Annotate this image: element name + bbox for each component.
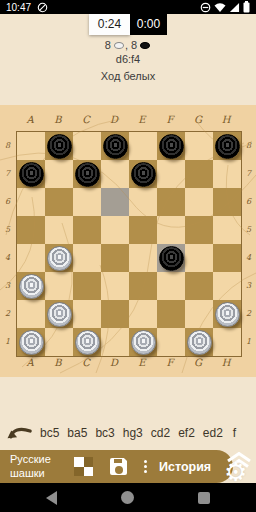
square-d5[interactable] xyxy=(101,216,129,244)
square-a3[interactable] xyxy=(17,272,45,300)
app-title: Русские шашки xyxy=(10,453,66,481)
file-labels-top: ABCDEFGH xyxy=(16,114,240,129)
coord-label: E xyxy=(128,357,156,372)
piece-counts: 8, 8 xyxy=(0,39,256,51)
white-count: 8 xyxy=(105,39,111,51)
square-g3[interactable] xyxy=(185,272,213,300)
square-f1[interactable] xyxy=(157,328,185,356)
move-list: bc5ba5bc3hg3cd2ef2ed2f xyxy=(0,419,256,447)
coord-label: D xyxy=(100,114,128,129)
square-b1[interactable] xyxy=(45,328,73,356)
black-man-f4[interactable] xyxy=(159,246,184,271)
game-clocks: 0:24 0:00 xyxy=(0,14,256,35)
square-g1[interactable] xyxy=(185,328,213,356)
square-f3[interactable] xyxy=(157,272,185,300)
coord-label: B xyxy=(44,357,72,372)
white-man-b4[interactable] xyxy=(47,246,72,271)
white-clock: 0:24 xyxy=(89,14,130,35)
move-hg3[interactable]: hg3 xyxy=(123,426,143,440)
white-man-b2[interactable] xyxy=(47,302,72,327)
white-man-e1[interactable] xyxy=(131,330,156,355)
square-e5[interactable] xyxy=(129,216,157,244)
settings-pull-tab[interactable]: ⚙ xyxy=(222,451,256,497)
coord-label: C xyxy=(72,114,100,129)
square-h6[interactable] xyxy=(213,188,241,216)
coord-label: 1 xyxy=(1,327,14,355)
square-e8[interactable] xyxy=(129,132,157,160)
coord-label: G xyxy=(184,357,212,372)
square-c1[interactable] xyxy=(73,328,101,356)
move-ef2[interactable]: ef2 xyxy=(178,426,195,440)
bottom-toolbar: Русские шашки История xyxy=(0,450,233,483)
turn-indicator: Ход белых xyxy=(0,70,256,82)
square-c8[interactable] xyxy=(73,132,101,160)
square-b2[interactable] xyxy=(45,300,73,328)
status-time: 10:47 xyxy=(6,2,31,13)
count-separator: , xyxy=(125,39,128,51)
square-c4[interactable] xyxy=(73,244,101,272)
square-h8[interactable] xyxy=(213,132,241,160)
board-grid xyxy=(16,131,242,357)
coord-label: A xyxy=(16,357,44,372)
coord-label: D xyxy=(100,357,128,372)
file-labels-bottom: ABCDEFGH xyxy=(16,357,240,372)
coord-label: F xyxy=(156,357,184,372)
black-count: 8 xyxy=(131,39,137,51)
board-theme-icon[interactable] xyxy=(74,457,93,476)
black-man-e7[interactable] xyxy=(131,162,156,187)
square-b7[interactable] xyxy=(45,160,73,188)
black-man-c7[interactable] xyxy=(75,162,100,187)
square-d4[interactable] xyxy=(101,244,129,272)
square-b6[interactable] xyxy=(45,188,73,216)
square-h2[interactable] xyxy=(213,300,241,328)
square-a6[interactable] xyxy=(17,188,45,216)
save-icon[interactable] xyxy=(110,458,127,475)
square-g8[interactable] xyxy=(185,132,213,160)
white-man-g1[interactable] xyxy=(187,330,212,355)
square-d3[interactable] xyxy=(101,272,129,300)
square-f2[interactable] xyxy=(157,300,185,328)
black-man-icon xyxy=(140,42,150,49)
square-c5[interactable] xyxy=(73,216,101,244)
back-icon[interactable] xyxy=(46,491,57,505)
undo-icon[interactable] xyxy=(7,424,32,442)
coord-label: 3 xyxy=(242,271,255,299)
black-man-d8[interactable] xyxy=(103,134,128,159)
square-a8[interactable] xyxy=(17,132,45,160)
square-e4[interactable] xyxy=(129,244,157,272)
black-man-a7[interactable] xyxy=(19,162,44,187)
square-f4[interactable] xyxy=(157,244,185,272)
square-b4[interactable] xyxy=(45,244,73,272)
home-icon[interactable] xyxy=(121,491,134,504)
square-g6[interactable] xyxy=(185,188,213,216)
last-move: d6:f4 xyxy=(0,53,256,65)
cell-signal-icon xyxy=(229,2,240,13)
wifi-icon xyxy=(214,2,226,13)
black-man-b8[interactable] xyxy=(47,134,72,159)
white-man-icon xyxy=(114,42,124,49)
square-b3[interactable] xyxy=(45,272,73,300)
move-cd2[interactable]: cd2 xyxy=(151,426,170,440)
rank-labels-right: 87654321 xyxy=(242,131,255,355)
move-ed2[interactable]: ed2 xyxy=(203,426,223,440)
square-g7[interactable] xyxy=(185,160,213,188)
square-a5[interactable] xyxy=(17,216,45,244)
app-title-line2: шашки xyxy=(10,467,66,481)
coord-label: 1 xyxy=(242,327,255,355)
rank-labels-left: 87654321 xyxy=(1,131,14,355)
move-bc3[interactable]: bc3 xyxy=(95,426,114,440)
android-nav-bar xyxy=(0,483,256,512)
coord-label: A xyxy=(16,114,44,129)
square-f7[interactable] xyxy=(157,160,185,188)
coord-label: 5 xyxy=(1,215,14,243)
square-d6[interactable] xyxy=(101,188,129,216)
move-clipped[interactable]: f xyxy=(233,426,236,440)
square-c3[interactable] xyxy=(73,272,101,300)
square-g4[interactable] xyxy=(185,244,213,272)
square-e7[interactable] xyxy=(129,160,157,188)
square-c2[interactable] xyxy=(73,300,101,328)
coord-label: 7 xyxy=(1,159,14,187)
square-a7[interactable] xyxy=(17,160,45,188)
square-a1[interactable] xyxy=(17,328,45,356)
square-f8[interactable] xyxy=(157,132,185,160)
black-man-f8[interactable] xyxy=(159,134,184,159)
black-man-h8[interactable] xyxy=(215,134,240,159)
coord-label: 8 xyxy=(242,131,255,159)
app-title-line1: Русские xyxy=(10,453,66,467)
square-g2[interactable] xyxy=(185,300,213,328)
app-screen: 10:47 0:24 0:00 xyxy=(0,0,256,512)
square-f6[interactable] xyxy=(157,188,185,216)
do-not-disturb-icon xyxy=(200,2,211,13)
board: ABCDEFGH 87654321 87654321 ABCDEFGH xyxy=(0,105,256,377)
coord-label: C xyxy=(72,357,100,372)
square-e1[interactable] xyxy=(129,328,157,356)
square-h7[interactable] xyxy=(213,160,241,188)
coord-label: F xyxy=(156,114,184,129)
square-e2[interactable] xyxy=(129,300,157,328)
overflow-menu-icon[interactable] xyxy=(144,460,147,473)
coord-label: 6 xyxy=(242,187,255,215)
coord-label: H xyxy=(212,114,240,129)
square-e6[interactable] xyxy=(129,188,157,216)
gear-icon: ⚙ xyxy=(224,459,247,485)
square-h1[interactable] xyxy=(213,328,241,356)
recents-icon[interactable] xyxy=(198,492,210,504)
square-c7[interactable] xyxy=(73,160,101,188)
square-c6[interactable] xyxy=(73,188,101,216)
white-man-a3[interactable] xyxy=(19,274,44,299)
notifications-off-icon xyxy=(37,2,48,13)
coord-label: 6 xyxy=(1,187,14,215)
square-b5[interactable] xyxy=(45,216,73,244)
white-man-c1[interactable] xyxy=(75,330,100,355)
coord-label: 7 xyxy=(242,159,255,187)
coord-label: 4 xyxy=(242,243,255,271)
white-man-h2[interactable] xyxy=(215,302,240,327)
square-d7[interactable] xyxy=(101,160,129,188)
coord-label: 5 xyxy=(242,215,255,243)
square-d1[interactable] xyxy=(101,328,129,356)
square-a4[interactable] xyxy=(17,244,45,272)
square-d8[interactable] xyxy=(101,132,129,160)
square-h4[interactable] xyxy=(213,244,241,272)
coord-label: 8 xyxy=(1,131,14,159)
square-b8[interactable] xyxy=(45,132,73,160)
coord-label: 2 xyxy=(1,299,14,327)
coord-label: G xyxy=(184,114,212,129)
white-man-a1[interactable] xyxy=(19,330,44,355)
coord-label: 2 xyxy=(242,299,255,327)
move-bc5[interactable]: bc5 xyxy=(40,426,59,440)
coord-label: 4 xyxy=(1,243,14,271)
coord-label: E xyxy=(128,114,156,129)
square-h5[interactable] xyxy=(213,216,241,244)
square-h3[interactable] xyxy=(213,272,241,300)
move-ba5[interactable]: ba5 xyxy=(67,426,87,440)
battery-icon xyxy=(243,1,250,13)
coord-label: 3 xyxy=(1,271,14,299)
square-d2[interactable] xyxy=(101,300,129,328)
square-g5[interactable] xyxy=(185,216,213,244)
coord-label: H xyxy=(212,357,240,372)
square-e3[interactable] xyxy=(129,272,157,300)
square-f5[interactable] xyxy=(157,216,185,244)
coord-label: B xyxy=(44,114,72,129)
square-a2[interactable] xyxy=(17,300,45,328)
history-button[interactable]: История xyxy=(159,460,211,474)
black-clock: 0:00 xyxy=(130,14,167,35)
status-bar: 10:47 xyxy=(0,0,256,14)
